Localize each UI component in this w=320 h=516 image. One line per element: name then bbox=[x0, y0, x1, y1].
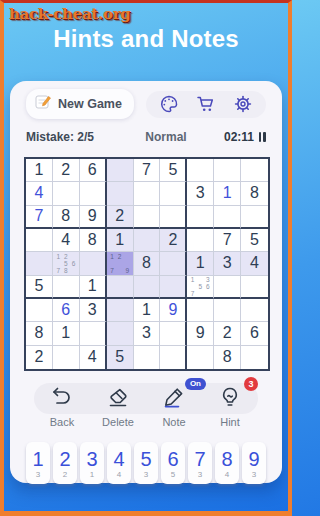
cell-r6c9[interactable] bbox=[241, 276, 268, 299]
cell-r4c7[interactable] bbox=[187, 229, 214, 252]
hint-count-badge: 3 bbox=[244, 377, 258, 391]
eraser-icon bbox=[106, 385, 130, 413]
cell-r2c4[interactable] bbox=[107, 182, 134, 205]
new-game-button[interactable]: New Game bbox=[26, 89, 134, 119]
cell-r6c2[interactable] bbox=[53, 276, 80, 299]
cell-r6c1[interactable]: 5 bbox=[26, 276, 53, 299]
numpad-key-6[interactable]: 65 bbox=[161, 442, 185, 484]
cell-r9c7[interactable] bbox=[187, 346, 214, 369]
cell-r4c6[interactable]: 2 bbox=[160, 229, 187, 252]
cell-r3c9[interactable] bbox=[241, 206, 268, 229]
cell-r3c8[interactable] bbox=[214, 206, 241, 229]
cell-r6c7[interactable]: 13567 bbox=[187, 276, 214, 299]
game-card: New Game bbox=[10, 81, 282, 483]
hint-label: Hint bbox=[220, 416, 240, 428]
cell-r8c1[interactable]: 8 bbox=[26, 322, 53, 345]
delete-label: Delete bbox=[102, 416, 134, 428]
cell-r8c9[interactable]: 6 bbox=[241, 322, 268, 345]
cart-icon[interactable] bbox=[196, 94, 216, 114]
cell-r7c1[interactable] bbox=[26, 299, 53, 322]
cell-r2c9[interactable]: 8 bbox=[241, 182, 268, 205]
cell-r9c8[interactable]: 8 bbox=[214, 346, 241, 369]
cell-r3c6[interactable] bbox=[160, 206, 187, 229]
pencil-icon bbox=[162, 385, 186, 413]
lightbulb-icon bbox=[218, 385, 242, 413]
gear-icon[interactable] bbox=[233, 94, 253, 114]
cell-r4c3[interactable]: 8 bbox=[80, 229, 107, 252]
cell-r4c4[interactable]: 1 bbox=[107, 229, 134, 252]
undo-icon bbox=[50, 385, 74, 413]
new-game-label: New Game bbox=[58, 97, 122, 111]
cell-r5c4[interactable]: 1279 bbox=[107, 252, 134, 275]
cell-r1c7[interactable] bbox=[187, 159, 214, 182]
cell-r5c1[interactable] bbox=[26, 252, 53, 275]
cell-r7c3[interactable]: 3 bbox=[80, 299, 107, 322]
cell-r7c8[interactable] bbox=[214, 299, 241, 322]
cell-r7c4[interactable] bbox=[107, 299, 134, 322]
cell-r2c5[interactable] bbox=[134, 182, 161, 205]
cell-r1c5[interactable]: 7 bbox=[134, 159, 161, 182]
cell-r7c2[interactable]: 6 bbox=[53, 299, 80, 322]
cell-r6c8[interactable] bbox=[214, 276, 241, 299]
cell-r1c1[interactable]: 1 bbox=[26, 159, 53, 182]
cell-r6c3[interactable]: 1 bbox=[80, 276, 107, 299]
cell-r7c5[interactable]: 1 bbox=[134, 299, 161, 322]
cell-r2c8[interactable]: 1 bbox=[214, 182, 241, 205]
topbar-icon-group bbox=[146, 91, 266, 118]
delete-button[interactable]: Delete bbox=[96, 385, 140, 428]
cell-r9c3[interactable]: 4 bbox=[80, 346, 107, 369]
cell-r7c7[interactable] bbox=[187, 299, 214, 322]
cell-r1c2[interactable]: 2 bbox=[53, 159, 80, 182]
note-button[interactable]: On Note bbox=[152, 385, 196, 428]
cell-r3c1[interactable]: 7 bbox=[26, 206, 53, 229]
cell-r9c6[interactable] bbox=[160, 346, 187, 369]
numpad-key-8[interactable]: 84 bbox=[215, 442, 239, 484]
cell-r1c3[interactable]: 6 bbox=[80, 159, 107, 182]
numpad-key-5[interactable]: 53 bbox=[134, 442, 158, 484]
cell-r1c8[interactable] bbox=[214, 159, 241, 182]
cell-r5c9[interactable]: 4 bbox=[241, 252, 268, 275]
cell-r5c5[interactable]: 8 bbox=[134, 252, 161, 275]
cell-r7c6[interactable]: 9 bbox=[160, 299, 187, 322]
cell-r5c6[interactable] bbox=[160, 252, 187, 275]
cell-r1c6[interactable]: 5 bbox=[160, 159, 187, 182]
cell-r9c1[interactable]: 2 bbox=[26, 346, 53, 369]
cell-r5c2[interactable]: 125678 bbox=[53, 252, 80, 275]
cell-r6c6[interactable] bbox=[160, 276, 187, 299]
back-label: Back bbox=[50, 416, 74, 428]
numpad-key-9[interactable]: 93 bbox=[242, 442, 266, 484]
watermark: hack-cheat.org bbox=[9, 5, 130, 23]
cell-r8c4[interactable] bbox=[107, 322, 134, 345]
sudoku-board: 1267543187892481275125678127981345113567… bbox=[24, 157, 270, 371]
numpad-key-2[interactable]: 22 bbox=[53, 442, 77, 484]
cell-r2c6[interactable] bbox=[160, 182, 187, 205]
cell-r4c5[interactable] bbox=[134, 229, 161, 252]
numpad-key-1[interactable]: 13 bbox=[26, 442, 50, 484]
cell-r3c3[interactable]: 9 bbox=[80, 206, 107, 229]
cell-r1c4[interactable] bbox=[107, 159, 134, 182]
mistakes-counter: Mistake: 2/5 bbox=[26, 130, 94, 144]
pause-icon[interactable] bbox=[259, 132, 266, 142]
back-button[interactable]: Back bbox=[40, 385, 84, 428]
cell-r9c2[interactable] bbox=[53, 346, 80, 369]
cell-r8c6[interactable] bbox=[160, 322, 187, 345]
cell-r3c7[interactable] bbox=[187, 206, 214, 229]
cell-r2c3[interactable] bbox=[80, 182, 107, 205]
cell-r7c9[interactable] bbox=[241, 299, 268, 322]
cell-r3c4[interactable]: 2 bbox=[107, 206, 134, 229]
cell-r4c2[interactable]: 4 bbox=[53, 229, 80, 252]
cell-r9c4[interactable]: 5 bbox=[107, 346, 134, 369]
cell-r9c9[interactable] bbox=[241, 346, 268, 369]
cell-r8c3[interactable] bbox=[80, 322, 107, 345]
cell-r2c1[interactable]: 4 bbox=[26, 182, 53, 205]
timer-value: 02:11 bbox=[224, 130, 254, 144]
cell-r8c7[interactable]: 9 bbox=[187, 322, 214, 345]
cell-r5c8[interactable]: 3 bbox=[214, 252, 241, 275]
difficulty-label: Normal bbox=[145, 130, 186, 144]
cell-r6c5[interactable] bbox=[134, 276, 161, 299]
hint-button[interactable]: 3 Hint bbox=[208, 385, 252, 428]
topbar: New Game bbox=[24, 89, 268, 119]
cell-r8c5[interactable]: 3 bbox=[134, 322, 161, 345]
cell-r8c2[interactable]: 1 bbox=[53, 322, 80, 345]
cell-r2c7[interactable]: 3 bbox=[187, 182, 214, 205]
page-title: Hints and Notes bbox=[4, 25, 288, 57]
notes-r5c4: 1279 bbox=[108, 253, 131, 274]
note-on-badge: On bbox=[185, 378, 206, 390]
cell-r1c9[interactable] bbox=[241, 159, 268, 182]
cell-r2c2[interactable] bbox=[53, 182, 80, 205]
toolbar: Back Delete On bbox=[24, 385, 268, 433]
cell-r8c8[interactable]: 2 bbox=[214, 322, 241, 345]
notes-r5c2: 125678 bbox=[54, 253, 77, 274]
notes-r6c7: 13567 bbox=[189, 276, 212, 296]
numpad: 132231445365738493 bbox=[24, 442, 268, 484]
cell-r4c8[interactable]: 7 bbox=[214, 229, 241, 252]
numpad-key-3[interactable]: 31 bbox=[80, 442, 104, 484]
numpad-key-4[interactable]: 44 bbox=[107, 442, 131, 484]
cell-r5c3[interactable] bbox=[80, 252, 107, 275]
timer: 02:11 bbox=[224, 130, 266, 144]
cell-r3c5[interactable] bbox=[134, 206, 161, 229]
cell-r3c2[interactable]: 8 bbox=[53, 206, 80, 229]
cell-r4c9[interactable]: 5 bbox=[241, 229, 268, 252]
cell-r6c4[interactable] bbox=[107, 276, 134, 299]
cell-r5c7[interactable]: 1 bbox=[187, 252, 214, 275]
palette-icon[interactable] bbox=[159, 94, 179, 114]
cell-r4c1[interactable] bbox=[26, 229, 53, 252]
status-bar: Mistake: 2/5 Normal 02:11 bbox=[24, 127, 268, 147]
numpad-key-7[interactable]: 73 bbox=[188, 442, 212, 484]
note-label: Note bbox=[162, 416, 185, 428]
notepad-pencil-icon bbox=[34, 93, 52, 115]
cell-r9c5[interactable] bbox=[134, 346, 161, 369]
